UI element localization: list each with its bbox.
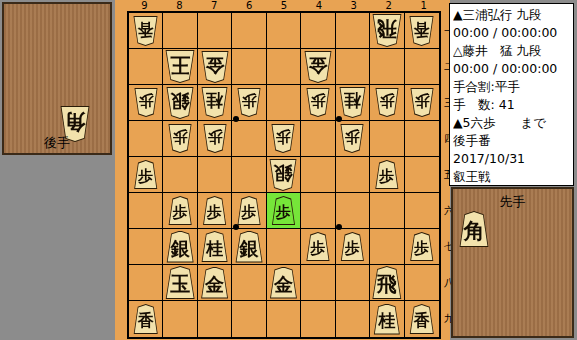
piece-gote-kin[interactable]: 金 bbox=[201, 51, 229, 83]
square-2-2[interactable] bbox=[370, 49, 404, 85]
piece-sente-fu[interactable]: 歩 bbox=[410, 232, 434, 261]
piece-kanji: 歩 bbox=[138, 166, 153, 184]
square-4-9[interactable] bbox=[301, 301, 335, 337]
square-5-5[interactable]: 銀 bbox=[267, 157, 301, 193]
file-label: 5 bbox=[267, 0, 302, 11]
square-8-6[interactable]: 歩 bbox=[163, 193, 197, 229]
square-1-6[interactable] bbox=[405, 193, 439, 229]
handicap-label: 手合割:平手 bbox=[453, 78, 572, 96]
piece-sente-fu[interactable]: 歩 bbox=[237, 196, 261, 225]
gote-tray-label: 後手 bbox=[4, 134, 110, 152]
square-9-3[interactable]: 歩 bbox=[129, 85, 163, 121]
piece-sente-fu[interactable]: 歩 bbox=[306, 232, 330, 261]
piece-kanji: 歩 bbox=[207, 130, 222, 148]
game-info-panel: ▲三浦弘行 九段 00:00 / 00:00:00 △藤井 猛 九段 00:00… bbox=[449, 3, 574, 186]
piece-sente-kin[interactable]: 金 bbox=[269, 267, 297, 299]
piece-gote-ou[interactable]: 王 bbox=[165, 50, 195, 83]
square-5-7[interactable] bbox=[267, 229, 301, 265]
piece-sente-fu[interactable]: 歩 bbox=[203, 196, 227, 225]
square-4-7[interactable]: 歩 bbox=[301, 229, 335, 265]
piece-kanji: 角 bbox=[464, 217, 485, 241]
square-4-6[interactable] bbox=[301, 193, 335, 229]
piece-kanji: 桂 bbox=[206, 237, 223, 257]
piece-kanji: 飛 bbox=[377, 271, 397, 294]
piece-kanji: 香 bbox=[414, 21, 430, 40]
square-5-4[interactable]: 歩 bbox=[267, 121, 301, 157]
piece-kanji: 香 bbox=[138, 21, 154, 40]
square-9-8[interactable] bbox=[129, 265, 163, 301]
square-2-6[interactable] bbox=[370, 193, 404, 229]
square-4-5[interactable] bbox=[301, 157, 335, 193]
piece-sente-fu[interactable]: 歩 bbox=[134, 160, 158, 189]
piece-kanji: 桂 bbox=[344, 93, 361, 113]
piece-kanji: 角 bbox=[65, 112, 86, 136]
piece-kanji: 香 bbox=[138, 310, 154, 329]
square-7-2[interactable]: 金 bbox=[198, 49, 232, 85]
piece-gote-fu[interactable]: 歩 bbox=[134, 88, 158, 117]
piece-gote-kyosha[interactable]: 香 bbox=[409, 16, 434, 46]
piece-gote-fu[interactable]: 歩 bbox=[375, 88, 399, 117]
square-7-5[interactable] bbox=[198, 157, 232, 193]
square-3-6[interactable] bbox=[336, 193, 370, 229]
square-8-7[interactable]: 銀 bbox=[163, 229, 197, 265]
square-9-9[interactable]: 香 bbox=[129, 301, 163, 337]
gote-player-name: △藤井 猛 九段 bbox=[453, 42, 572, 60]
square-2-5[interactable]: 歩 bbox=[370, 157, 404, 193]
square-7-7[interactable]: 桂 bbox=[198, 229, 232, 265]
piece-kanji: 歩 bbox=[242, 202, 257, 220]
piece-kanji: 金 bbox=[308, 56, 327, 78]
piece-kanji: 香 bbox=[414, 310, 430, 329]
piece-gote-hisha[interactable]: 飛 bbox=[372, 14, 402, 47]
piece-gote-keima[interactable]: 桂 bbox=[201, 87, 228, 118]
side-to-move-label: 後手番 bbox=[453, 132, 572, 150]
shogi-board[interactable]: 香飛香王金金歩銀桂歩歩桂歩歩歩歩歩歩歩銀歩歩歩歩歩銀桂銀歩歩歩玉金金飛香桂香 bbox=[127, 11, 441, 339]
square-7-3[interactable]: 桂 bbox=[198, 85, 232, 121]
piece-kanji: 歩 bbox=[173, 202, 188, 220]
piece-kanji: 銀 bbox=[171, 92, 190, 114]
square-3-2[interactable] bbox=[336, 49, 370, 85]
sente-player-name: ▲三浦弘行 九段 bbox=[453, 6, 572, 24]
piece-kanji: 金 bbox=[205, 272, 224, 294]
shogi-app-window: 9 8 7 6 5 4 3 2 1 香飛香王金金歩銀桂歩歩桂歩歩歩歩歩歩歩銀歩歩… bbox=[0, 0, 577, 340]
file-label: 2 bbox=[371, 0, 406, 11]
piece-kanji: 歩 bbox=[310, 94, 325, 112]
square-6-8[interactable] bbox=[232, 265, 266, 301]
square-3-4[interactable]: 歩 bbox=[336, 121, 370, 157]
piece-gote-kin[interactable]: 金 bbox=[304, 51, 332, 83]
square-2-7[interactable] bbox=[370, 229, 404, 265]
piece-kanji: 歩 bbox=[414, 238, 429, 256]
event-name: 叡王戦 bbox=[453, 168, 572, 186]
piece-sente-kyosha[interactable]: 香 bbox=[409, 304, 434, 334]
square-1-3[interactable]: 歩 bbox=[405, 85, 439, 121]
piece-sente-fu[interactable]: 歩 bbox=[271, 196, 295, 225]
square-5-1[interactable] bbox=[267, 13, 301, 49]
square-7-4[interactable]: 歩 bbox=[198, 121, 232, 157]
square-8-3[interactable]: 銀 bbox=[163, 85, 197, 121]
square-5-6[interactable]: 歩 bbox=[267, 193, 301, 229]
sente-hand-tray[interactable]: 先手 角 bbox=[451, 187, 574, 338]
square-5-2[interactable] bbox=[267, 49, 301, 85]
square-6-9[interactable] bbox=[232, 301, 266, 337]
piece-kanji: 歩 bbox=[379, 94, 394, 112]
gote-clock: 00:00 / 00:00:00 bbox=[453, 60, 572, 78]
square-8-1[interactable] bbox=[163, 13, 197, 49]
piece-gote-gin[interactable]: 銀 bbox=[269, 159, 297, 191]
piece-gote-fu[interactable]: 歩 bbox=[168, 124, 192, 153]
piece-kanji: 歩 bbox=[138, 94, 153, 112]
square-3-7[interactable]: 歩 bbox=[336, 229, 370, 265]
piece-kanji: 歩 bbox=[345, 130, 360, 148]
piece-kanji: 金 bbox=[274, 272, 293, 294]
piece-gote-gin[interactable]: 銀 bbox=[166, 87, 194, 119]
square-8-4[interactable]: 歩 bbox=[163, 121, 197, 157]
square-3-1[interactable] bbox=[336, 13, 370, 49]
square-9-7[interactable] bbox=[129, 229, 163, 265]
piece-sente-keima[interactable]: 桂 bbox=[373, 304, 400, 335]
piece-sente-keima[interactable]: 桂 bbox=[201, 231, 228, 262]
piece-sente-fu[interactable]: 歩 bbox=[168, 196, 192, 225]
star-point bbox=[233, 224, 239, 230]
star-point bbox=[233, 116, 239, 122]
file-label: 9 bbox=[127, 0, 162, 11]
square-1-7[interactable]: 歩 bbox=[405, 229, 439, 265]
hand-piece-sente-kaku[interactable]: 角 bbox=[459, 211, 489, 247]
piece-gote-fu[interactable]: 歩 bbox=[306, 88, 330, 117]
square-2-9[interactable]: 桂 bbox=[370, 301, 404, 337]
board-area: 9 8 7 6 5 4 3 2 1 香飛香王金金歩銀桂歩歩桂歩歩歩歩歩歩歩銀歩歩… bbox=[115, 0, 450, 340]
square-4-8[interactable] bbox=[301, 265, 335, 301]
sente-tray-label: 先手 bbox=[453, 193, 572, 211]
square-8-8[interactable]: 玉 bbox=[163, 265, 197, 301]
piece-gote-keima[interactable]: 桂 bbox=[339, 87, 366, 118]
game-date: 2017/10/31 bbox=[453, 150, 572, 168]
piece-kanji: 歩 bbox=[379, 166, 394, 184]
square-4-4[interactable] bbox=[301, 121, 335, 157]
square-2-4[interactable] bbox=[370, 121, 404, 157]
square-7-6[interactable]: 歩 bbox=[198, 193, 232, 229]
piece-gote-fu[interactable]: 歩 bbox=[237, 88, 261, 117]
piece-sente-hisha[interactable]: 飛 bbox=[372, 266, 402, 299]
piece-kanji: 銀 bbox=[171, 236, 190, 258]
square-8-5[interactable] bbox=[163, 157, 197, 193]
piece-sente-gin[interactable]: 銀 bbox=[166, 231, 194, 263]
last-move-label: ▲5六歩 まで bbox=[453, 114, 572, 132]
square-1-8[interactable] bbox=[405, 265, 439, 301]
square-3-9[interactable] bbox=[336, 301, 370, 337]
square-4-3[interactable]: 歩 bbox=[301, 85, 335, 121]
square-5-8[interactable]: 金 bbox=[267, 265, 301, 301]
square-7-8[interactable]: 金 bbox=[198, 265, 232, 301]
piece-gote-fu[interactable]: 歩 bbox=[340, 124, 364, 153]
square-5-3[interactable] bbox=[267, 85, 301, 121]
piece-kanji: 銀 bbox=[240, 236, 259, 258]
square-3-5[interactable] bbox=[336, 157, 370, 193]
square-1-2[interactable] bbox=[405, 49, 439, 85]
square-6-1[interactable] bbox=[232, 13, 266, 49]
square-1-9[interactable]: 香 bbox=[405, 301, 439, 337]
square-9-4[interactable] bbox=[129, 121, 163, 157]
square-9-1[interactable]: 香 bbox=[129, 13, 163, 49]
piece-kanji: 王 bbox=[170, 55, 190, 78]
square-2-1[interactable]: 飛 bbox=[370, 13, 404, 49]
piece-kanji: 歩 bbox=[345, 238, 360, 256]
square-9-6[interactable] bbox=[129, 193, 163, 229]
square-3-3[interactable]: 桂 bbox=[336, 85, 370, 121]
square-6-4[interactable] bbox=[232, 121, 266, 157]
piece-kanji: 桂 bbox=[378, 309, 395, 329]
piece-kanji: 歩 bbox=[310, 238, 325, 256]
piece-sente-fu[interactable]: 歩 bbox=[340, 232, 364, 261]
square-8-2[interactable]: 王 bbox=[163, 49, 197, 85]
star-point bbox=[336, 116, 342, 122]
square-6-2[interactable] bbox=[232, 49, 266, 85]
square-9-5[interactable]: 歩 bbox=[129, 157, 163, 193]
square-7-9[interactable] bbox=[198, 301, 232, 337]
square-1-1[interactable]: 香 bbox=[405, 13, 439, 49]
piece-kanji: 歩 bbox=[414, 94, 429, 112]
piece-gote-fu[interactable]: 歩 bbox=[410, 88, 434, 117]
piece-kanji: 歩 bbox=[276, 130, 291, 148]
piece-kanji: 金 bbox=[205, 56, 224, 78]
move-count: 手 数: 41 bbox=[453, 96, 572, 114]
square-9-2[interactable] bbox=[129, 49, 163, 85]
piece-kanji: 歩 bbox=[242, 94, 257, 112]
piece-gote-fu[interactable]: 歩 bbox=[271, 124, 295, 153]
piece-kanji: 桂 bbox=[206, 93, 223, 113]
piece-gote-fu[interactable]: 歩 bbox=[203, 124, 227, 153]
piece-sente-fu[interactable]: 歩 bbox=[375, 160, 399, 189]
piece-kanji: 飛 bbox=[377, 19, 397, 42]
file-label: 3 bbox=[336, 0, 371, 11]
file-labels: 9 8 7 6 5 4 3 2 1 bbox=[127, 0, 441, 11]
piece-sente-gin[interactable]: 銀 bbox=[235, 231, 263, 263]
piece-kanji: 歩 bbox=[276, 202, 291, 220]
file-label: 4 bbox=[301, 0, 336, 11]
gote-hand-tray[interactable]: 角 後手 bbox=[2, 2, 112, 155]
square-1-4[interactable] bbox=[405, 121, 439, 157]
piece-gote-kyosha[interactable]: 香 bbox=[133, 16, 158, 46]
piece-sente-kin[interactable]: 金 bbox=[201, 267, 229, 299]
square-6-7[interactable]: 銀 bbox=[232, 229, 266, 265]
square-8-9[interactable] bbox=[163, 301, 197, 337]
square-4-1[interactable] bbox=[301, 13, 335, 49]
piece-sente-gyoku[interactable]: 玉 bbox=[165, 266, 195, 299]
piece-kanji: 歩 bbox=[207, 202, 222, 220]
file-label: 8 bbox=[162, 0, 197, 11]
piece-kanji: 銀 bbox=[274, 164, 293, 186]
piece-kanji: 玉 bbox=[170, 271, 190, 294]
square-7-1[interactable] bbox=[198, 13, 232, 49]
square-3-8[interactable] bbox=[336, 265, 370, 301]
square-1-5[interactable] bbox=[405, 157, 439, 193]
file-label: 7 bbox=[197, 0, 232, 11]
square-2-3[interactable]: 歩 bbox=[370, 85, 404, 121]
file-label: 1 bbox=[406, 0, 441, 11]
file-label: 6 bbox=[232, 0, 267, 11]
square-2-8[interactable]: 飛 bbox=[370, 265, 404, 301]
sente-clock: 00:00 / 00:00:00 bbox=[453, 24, 572, 42]
square-4-2[interactable]: 金 bbox=[301, 49, 335, 85]
star-point bbox=[336, 224, 342, 230]
piece-sente-kyosha[interactable]: 香 bbox=[133, 304, 158, 334]
piece-kanji: 歩 bbox=[173, 130, 188, 148]
square-6-5[interactable] bbox=[232, 157, 266, 193]
square-5-9[interactable] bbox=[267, 301, 301, 337]
